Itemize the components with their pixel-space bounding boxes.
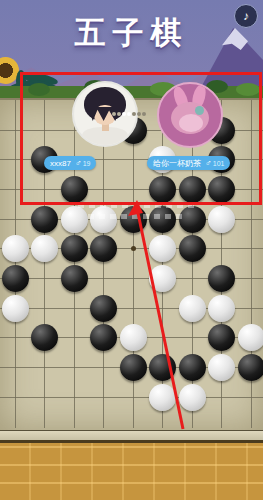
faint-watermark bbox=[78, 203, 194, 208]
indicator-dot bbox=[132, 112, 136, 116]
player2-age: 101 bbox=[213, 160, 225, 167]
board-rim bbox=[0, 431, 263, 443]
player1-name-badge: xxx87 ♂ 19 bbox=[44, 156, 96, 170]
bunny-cheek-icon bbox=[179, 114, 203, 132]
bush bbox=[28, 83, 50, 96]
faint-watermark bbox=[88, 214, 184, 219]
player2-avatar[interactable] bbox=[157, 82, 223, 148]
game-screen: 五子棋 ♪ xxx87 ♂ 19 给你一杯奶茶 ♂ 101 bbox=[0, 0, 263, 500]
player1-name: xxx87 bbox=[50, 159, 71, 168]
player1-age: 19 bbox=[83, 160, 91, 167]
indicator-dot bbox=[117, 112, 121, 116]
player2-name: 给你一杯奶茶 bbox=[153, 158, 201, 169]
player2-name-badge: 给你一杯奶茶 ♂ 101 bbox=[147, 156, 230, 170]
game-board[interactable] bbox=[0, 98, 263, 433]
turn-indicator-dots bbox=[112, 112, 146, 116]
indicator-dot bbox=[112, 112, 116, 116]
music-button[interactable]: ♪ bbox=[234, 4, 258, 28]
indicator-dot bbox=[122, 112, 126, 116]
indicator-dot bbox=[142, 112, 146, 116]
page-title: 五子棋 bbox=[0, 12, 263, 54]
brick-floor bbox=[0, 443, 263, 500]
accent-dot bbox=[195, 106, 204, 115]
male-icon: ♂ bbox=[205, 158, 212, 168]
male-icon: ♂ bbox=[75, 158, 82, 168]
indicator-dot bbox=[127, 112, 131, 116]
bush bbox=[236, 83, 260, 96]
indicator-dot bbox=[137, 112, 141, 116]
music-note-icon: ♪ bbox=[243, 10, 249, 22]
